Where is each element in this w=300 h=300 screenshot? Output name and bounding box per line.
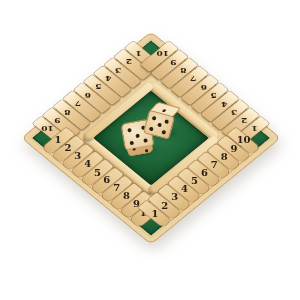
tile-number: 3 <box>171 194 178 202</box>
tile-number: 5 <box>95 83 101 90</box>
die-pip <box>157 122 162 127</box>
tile-number: 8 <box>123 193 130 201</box>
die-pip <box>164 119 169 124</box>
tile-number: 2 <box>65 145 72 153</box>
die-pip <box>161 129 166 134</box>
tile-number: 1 <box>136 49 142 56</box>
tile-number: 3 <box>231 108 237 115</box>
tile-number: 9 <box>54 116 60 123</box>
tile-number: 5 <box>94 169 101 177</box>
tile-number: 2 <box>126 58 132 65</box>
die-pip <box>145 149 148 152</box>
tile-number: 1 <box>151 210 158 218</box>
tile-number: 3 <box>74 153 81 161</box>
tile-number: 6 <box>201 83 207 90</box>
tile-number: 7 <box>210 161 217 169</box>
die-pip <box>132 148 135 151</box>
tile-number: 9 <box>230 145 237 153</box>
die-pip <box>152 115 157 120</box>
tile-number: 10 <box>157 49 170 56</box>
die-pip <box>149 126 154 131</box>
die-pip <box>162 109 167 112</box>
tile-number: 3 <box>115 66 121 73</box>
die-pip <box>130 141 135 146</box>
tile-number: 4 <box>105 74 111 81</box>
tile-number: 2 <box>161 202 168 210</box>
tile-number: 8 <box>220 153 227 161</box>
tile-number: 6 <box>201 169 208 177</box>
tile-number: 5 <box>191 177 198 185</box>
tile-number: 6 <box>104 177 111 185</box>
tile-number: 10 <box>237 137 251 145</box>
tile-number: 8 <box>180 66 186 73</box>
tile-number: 8 <box>64 108 70 115</box>
tile-number: 9 <box>170 58 176 65</box>
tile-number: 10 <box>41 124 54 131</box>
tile-number: 7 <box>113 185 120 193</box>
tile-number: 4 <box>221 99 227 106</box>
die-pip <box>143 138 148 143</box>
tile-number: 1 <box>252 124 258 131</box>
tile-number: 1 <box>55 137 62 145</box>
tile-number: 5 <box>211 91 217 98</box>
tile-number: 6 <box>85 91 91 98</box>
die-pip <box>127 128 132 133</box>
product-photo-canvas: 12345678910 10987654321 12345678910 1098… <box>0 0 300 300</box>
tile-number: 4 <box>84 161 91 169</box>
die-pip <box>135 133 140 138</box>
tile-number: 4 <box>181 186 188 194</box>
tile-number: 2 <box>242 116 248 123</box>
tile-number: 7 <box>75 99 81 106</box>
tile-number: 7 <box>191 74 197 81</box>
